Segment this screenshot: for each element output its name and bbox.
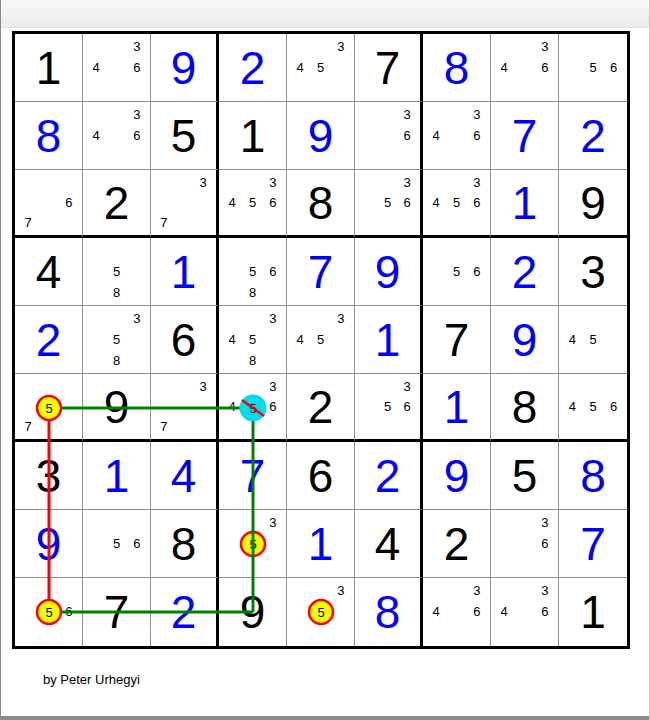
- cell-r4c5[interactable]: 7: [287, 238, 355, 306]
- candidate-5[interactable]: 5: [242, 396, 262, 416]
- solved-digit: 9: [375, 249, 401, 295]
- cell-r9c4[interactable]: 9: [219, 578, 287, 646]
- solved-digit: 1: [375, 317, 401, 363]
- pencil-marks: 356: [358, 376, 417, 437]
- candidate-6[interactable]: 6: [127, 57, 147, 78]
- solved-digit: 9: [444, 453, 470, 499]
- pencil-marks: 345: [290, 36, 351, 99]
- pencil-marks: 346: [494, 36, 555, 99]
- candidate-4[interactable]: 4: [494, 57, 514, 78]
- solved-digit: 7: [512, 113, 538, 159]
- candidate-3[interactable]: 3: [263, 512, 283, 533]
- pencil-marks: 35: [222, 512, 283, 575]
- candidate-5[interactable]: 5: [242, 261, 262, 282]
- cell-r1c2[interactable]: 346: [83, 34, 151, 102]
- cell-r7c1[interactable]: 3: [15, 442, 83, 510]
- candidate-4[interactable]: 4: [222, 329, 242, 350]
- cell-r9c9[interactable]: 1: [559, 578, 627, 646]
- cell-r5c7[interactable]: 7: [423, 306, 491, 374]
- cell-r1c7[interactable]: 8: [423, 34, 491, 102]
- given-digit: 1: [580, 589, 606, 635]
- cell-r1c4[interactable]: 2: [219, 34, 287, 102]
- solved-digit: 9: [308, 113, 334, 159]
- cell-r8c8[interactable]: 36: [491, 510, 559, 578]
- candidate-5[interactable]: 5: [310, 57, 330, 78]
- cell-r8c6[interactable]: 4: [355, 510, 423, 578]
- window-bottom-edge: [1, 716, 649, 720]
- solved-digit: 2: [375, 453, 401, 499]
- cell-r1c6[interactable]: 7: [355, 34, 423, 102]
- pencil-marks: 56: [86, 512, 147, 575]
- candidate-7[interactable]: 7: [154, 213, 174, 233]
- candidate-5[interactable]: 5: [242, 329, 262, 350]
- cell-r2c2[interactable]: 346: [83, 102, 151, 170]
- candidate-6[interactable]: 6: [535, 601, 555, 622]
- given-digit: 8: [512, 384, 538, 430]
- candidate-6[interactable]: 6: [535, 57, 555, 78]
- cell-r3c5[interactable]: 8: [287, 170, 355, 238]
- cell-r6c4[interactable]: 3456: [219, 374, 287, 442]
- given-digit: 1: [36, 45, 62, 91]
- cell-r5c6[interactable]: 1: [355, 306, 423, 374]
- cell-r4c9[interactable]: 3: [559, 238, 627, 306]
- given-digit: 1: [240, 113, 266, 159]
- solved-digit: 2: [36, 317, 62, 363]
- candidate-5[interactable]: 5: [446, 192, 466, 212]
- candidate-4[interactable]: 4: [494, 601, 514, 622]
- cell-r4c6[interactable]: 9: [355, 238, 423, 306]
- cell-r6c6[interactable]: 356: [355, 374, 423, 442]
- candidate-3[interactable]: 3: [331, 308, 351, 329]
- candidate-5[interactable]: 5: [242, 192, 262, 212]
- cell-r8c7[interactable]: 2: [423, 510, 491, 578]
- given-digit: 7: [444, 317, 470, 363]
- candidate-5[interactable]: 5: [38, 601, 58, 622]
- candidate-6[interactable]: 6: [263, 261, 283, 282]
- candidate-3[interactable]: 3: [535, 580, 555, 601]
- cell-r8c2[interactable]: 56: [83, 510, 151, 578]
- window-titlebar: [1, 0, 649, 28]
- cell-r1c5[interactable]: 345: [287, 34, 355, 102]
- pencil-marks: 37: [154, 376, 213, 437]
- cell-r6c5[interactable]: 2: [287, 374, 355, 442]
- candidate-3[interactable]: 3: [535, 36, 555, 57]
- pencil-marks: 56: [18, 580, 79, 644]
- solved-digit: 2: [580, 113, 606, 159]
- cell-r9c1[interactable]: 56: [15, 578, 83, 646]
- cell-r9c3[interactable]: 2: [151, 578, 219, 646]
- candidate-5[interactable]: 5: [583, 396, 604, 416]
- candidate-6[interactable]: 6: [59, 192, 79, 212]
- pencil-marks: 56: [426, 240, 487, 303]
- given-digit: 6: [171, 317, 197, 363]
- solved-digit: 7: [240, 453, 266, 499]
- pencil-marks: 37: [154, 172, 213, 233]
- cell-r6c3[interactable]: 37: [151, 374, 219, 442]
- pencil-marks: 3458: [222, 308, 283, 371]
- pencil-marks: 3456: [222, 376, 283, 437]
- cell-r1c3[interactable]: 9: [151, 34, 219, 102]
- cell-r7c8[interactable]: 5: [491, 442, 559, 510]
- solved-digit: 2: [240, 45, 266, 91]
- candidate-6[interactable]: 6: [397, 125, 417, 146]
- candidate-8[interactable]: 8: [106, 350, 126, 371]
- solved-digit: 8: [375, 589, 401, 635]
- cell-r4c3[interactable]: 1: [151, 238, 219, 306]
- cell-r2c5[interactable]: 9: [287, 102, 355, 170]
- candidate-4[interactable]: 4: [222, 192, 242, 212]
- pencil-marks: 3456: [222, 172, 283, 233]
- solved-digit: 9: [36, 521, 62, 567]
- cell-r7c6[interactable]: 2: [355, 442, 423, 510]
- candidate-3[interactable]: 3: [193, 376, 213, 396]
- cell-r8c5[interactable]: 1: [287, 510, 355, 578]
- candidate-4[interactable]: 4: [426, 192, 446, 212]
- candidate-3[interactable]: 3: [193, 172, 213, 192]
- cell-r3c7[interactable]: 3456: [423, 170, 491, 238]
- solved-digit: 9: [171, 45, 197, 91]
- cell-r5c3[interactable]: 6: [151, 306, 219, 374]
- solved-digit: 2: [512, 249, 538, 295]
- candidate-5[interactable]: 5: [446, 261, 466, 282]
- candidate-4[interactable]: 4: [562, 329, 583, 350]
- candidate-4[interactable]: 4: [86, 125, 106, 146]
- pencil-marks: 456: [562, 376, 624, 437]
- pencil-marks: 346: [494, 580, 555, 644]
- cell-r5c9[interactable]: 45: [559, 306, 627, 374]
- candidate-6[interactable]: 6: [467, 261, 487, 282]
- candidate-3[interactable]: 3: [127, 36, 147, 57]
- given-digit: 8: [171, 521, 197, 567]
- solved-digit: 1: [308, 521, 334, 567]
- candidate-5[interactable]: 5: [106, 261, 126, 282]
- candidate-5[interactable]: 5: [378, 396, 398, 416]
- given-digit: 8: [308, 180, 334, 226]
- cell-r3c9[interactable]: 9: [559, 170, 627, 238]
- candidate-7[interactable]: 7: [18, 417, 38, 437]
- candidate-8[interactable]: 8: [242, 282, 262, 303]
- cell-r6c7[interactable]: 1: [423, 374, 491, 442]
- cell-r9c7[interactable]: 346: [423, 578, 491, 646]
- cell-r3c2[interactable]: 2: [83, 170, 151, 238]
- given-digit: 2: [444, 521, 470, 567]
- cell-r6c9[interactable]: 456: [559, 374, 627, 442]
- cell-r5c2[interactable]: 358: [83, 306, 151, 374]
- cell-r8c4[interactable]: 35: [219, 510, 287, 578]
- cell-r2c7[interactable]: 346: [423, 102, 491, 170]
- pencil-marks: 568: [222, 240, 283, 303]
- cell-r4c7[interactable]: 56: [423, 238, 491, 306]
- given-digit: 4: [375, 521, 401, 567]
- candidate-4[interactable]: 4: [222, 396, 242, 416]
- cell-r3c8[interactable]: 1: [491, 170, 559, 238]
- solved-digit: 9: [512, 317, 538, 363]
- given-digit: 9: [104, 384, 130, 430]
- candidate-5[interactable]: 5: [310, 329, 330, 350]
- solved-digit: 1: [171, 249, 197, 295]
- candidate-5[interactable]: 5: [242, 533, 262, 554]
- candidate-5[interactable]: 5: [38, 396, 58, 416]
- candidate-3[interactable]: 3: [127, 308, 147, 329]
- candidate-6[interactable]: 6: [127, 533, 147, 554]
- given-digit: 9: [240, 589, 266, 635]
- candidate-3[interactable]: 3: [467, 104, 487, 125]
- candidate-5[interactable]: 5: [583, 57, 604, 78]
- cell-r5c4[interactable]: 3458: [219, 306, 287, 374]
- cell-r1c8[interactable]: 346: [491, 34, 559, 102]
- cell-r2c3[interactable]: 5: [151, 102, 219, 170]
- pencil-marks: 57: [18, 376, 79, 437]
- candidate-3[interactable]: 3: [467, 172, 487, 192]
- pencil-marks: 67: [18, 172, 79, 233]
- candidate-3[interactable]: 3: [263, 376, 283, 396]
- candidate-3[interactable]: 3: [127, 104, 147, 125]
- candidate-7[interactable]: 7: [18, 213, 38, 233]
- pencil-marks: 346: [86, 104, 147, 167]
- pencil-marks: 346: [426, 580, 487, 644]
- cell-r1c1[interactable]: 1: [15, 34, 83, 102]
- given-digit: 2: [104, 180, 130, 226]
- candidate-3[interactable]: 3: [331, 580, 351, 601]
- solved-digit: 8: [444, 45, 470, 91]
- cell-r4c1[interactable]: 4: [15, 238, 83, 306]
- cell-r7c3[interactable]: 4: [151, 442, 219, 510]
- cell-r2c4[interactable]: 1: [219, 102, 287, 170]
- given-digit: 3: [36, 453, 62, 499]
- pencil-marks: 346: [426, 104, 487, 167]
- cell-r8c1[interactable]: 9: [15, 510, 83, 578]
- given-digit: 9: [580, 180, 606, 226]
- pencil-marks: 35: [290, 580, 351, 644]
- candidate-3[interactable]: 3: [263, 172, 283, 192]
- cell-r7c5[interactable]: 6: [287, 442, 355, 510]
- solved-digit: 2: [171, 589, 197, 635]
- pencil-marks: 346: [86, 36, 147, 99]
- candidate-3[interactable]: 3: [467, 580, 487, 601]
- pencil-marks: 3456: [426, 172, 487, 233]
- candidate-5[interactable]: 5: [583, 329, 604, 350]
- cell-r9c8[interactable]: 346: [491, 578, 559, 646]
- cell-r7c7[interactable]: 9: [423, 442, 491, 510]
- candidate-6[interactable]: 6: [603, 57, 624, 78]
- candidate-6[interactable]: 6: [263, 192, 283, 212]
- cell-r8c9[interactable]: 7: [559, 510, 627, 578]
- given-digit: 7: [375, 45, 401, 91]
- author-credit: by Peter Urhegyi: [43, 672, 140, 687]
- cell-r9c5[interactable]: 35: [287, 578, 355, 646]
- solved-digit: 1: [444, 384, 470, 430]
- candidate-6[interactable]: 6: [467, 601, 487, 622]
- candidate-6[interactable]: 6: [603, 396, 624, 416]
- candidate-3[interactable]: 3: [535, 512, 555, 533]
- cell-r5c5[interactable]: 345: [287, 306, 355, 374]
- pencil-marks: 58: [86, 240, 147, 303]
- cell-r9c2[interactable]: 7: [83, 578, 151, 646]
- candidate-3[interactable]: 3: [331, 36, 351, 57]
- cell-r5c1[interactable]: 2: [15, 306, 83, 374]
- cell-r1c9[interactable]: 56: [559, 34, 627, 102]
- cell-r8c3[interactable]: 8: [151, 510, 219, 578]
- pencil-marks: 36: [358, 104, 417, 167]
- cell-r6c2[interactable]: 9: [83, 374, 151, 442]
- given-digit: 5: [512, 453, 538, 499]
- candidate-6[interactable]: 6: [263, 396, 283, 416]
- cell-r2c9[interactable]: 2: [559, 102, 627, 170]
- candidate-3[interactable]: 3: [263, 308, 283, 329]
- solved-digit: 8: [36, 113, 62, 159]
- candidate-5[interactable]: 5: [378, 192, 398, 212]
- cell-r7c4[interactable]: 7: [219, 442, 287, 510]
- given-digit: 4: [36, 249, 62, 295]
- solved-digit: 4: [171, 453, 197, 499]
- given-digit: 5: [171, 113, 197, 159]
- cell-r4c4[interactable]: 568: [219, 238, 287, 306]
- cell-r6c1[interactable]: 57: [15, 374, 83, 442]
- solved-digit: 1: [104, 453, 130, 499]
- pencil-marks: 36: [494, 512, 555, 575]
- candidate-4[interactable]: 4: [426, 125, 446, 146]
- candidate-3[interactable]: 3: [397, 104, 417, 125]
- app-window: 1346923457834656834651936346726723734568…: [0, 0, 650, 720]
- candidate-4[interactable]: 4: [290, 329, 310, 350]
- solved-digit: 7: [308, 249, 334, 295]
- pencil-marks: 56: [562, 36, 624, 99]
- cell-r4c8[interactable]: 2: [491, 238, 559, 306]
- candidate-6[interactable]: 6: [127, 125, 147, 146]
- cell-r7c2[interactable]: 1: [83, 442, 151, 510]
- cell-r3c4[interactable]: 3456: [219, 170, 287, 238]
- candidate-5[interactable]: 5: [106, 329, 126, 350]
- given-digit: 7: [104, 589, 130, 635]
- candidate-6[interactable]: 6: [397, 192, 417, 212]
- cell-r5c8[interactable]: 9: [491, 306, 559, 374]
- cell-r3c1[interactable]: 67: [15, 170, 83, 238]
- solved-digit: 1: [512, 180, 538, 226]
- given-digit: 6: [308, 453, 334, 499]
- cell-r7c9[interactable]: 8: [559, 442, 627, 510]
- pencil-marks: 356: [358, 172, 417, 233]
- candidate-5[interactable]: 5: [106, 533, 126, 554]
- candidate-8[interactable]: 8: [106, 282, 126, 303]
- cell-r3c6[interactable]: 356: [355, 170, 423, 238]
- cell-r9c6[interactable]: 8: [355, 578, 423, 646]
- candidate-6[interactable]: 6: [59, 601, 79, 622]
- cell-r4c2[interactable]: 58: [83, 238, 151, 306]
- solved-digit: 8: [580, 453, 606, 499]
- cell-r2c1[interactable]: 8: [15, 102, 83, 170]
- sudoku-board[interactable]: 1346923457834656834651936346726723734568…: [12, 31, 630, 649]
- candidate-6[interactable]: 6: [535, 533, 555, 554]
- candidate-8[interactable]: 8: [242, 350, 262, 371]
- candidate-6[interactable]: 6: [467, 125, 487, 146]
- candidate-4[interactable]: 4: [290, 57, 310, 78]
- cell-r3c3[interactable]: 37: [151, 170, 219, 238]
- cell-r6c8[interactable]: 8: [491, 374, 559, 442]
- candidate-5[interactable]: 5: [310, 601, 330, 622]
- cell-r2c6[interactable]: 36: [355, 102, 423, 170]
- candidate-4[interactable]: 4: [426, 601, 446, 622]
- given-digit: 3: [580, 249, 606, 295]
- pencil-marks: 45: [562, 308, 624, 371]
- pencil-marks: 345: [290, 308, 351, 371]
- cell-r2c8[interactable]: 7: [491, 102, 559, 170]
- candidate-3[interactable]: 3: [397, 376, 417, 396]
- candidate-6[interactable]: 6: [467, 192, 487, 212]
- candidate-4[interactable]: 4: [562, 396, 583, 416]
- candidate-4[interactable]: 4: [86, 57, 106, 78]
- candidate-3[interactable]: 3: [397, 172, 417, 192]
- candidate-7[interactable]: 7: [154, 417, 174, 437]
- solved-digit: 7: [580, 521, 606, 567]
- candidate-6[interactable]: 6: [397, 396, 417, 416]
- given-digit: 2: [308, 384, 334, 430]
- pencil-marks: 358: [86, 308, 147, 371]
